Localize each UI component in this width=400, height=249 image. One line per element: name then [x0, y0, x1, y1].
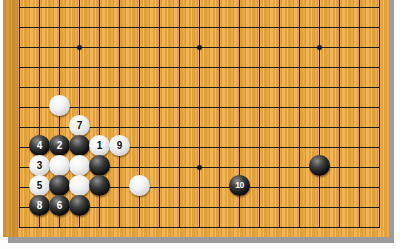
move-number-label: 9 — [109, 135, 130, 156]
grid-vline — [199, 0, 200, 228]
move-number-label: 10 — [229, 175, 250, 196]
black-stone-d5 — [69, 135, 90, 156]
star-point-k4 — [197, 165, 202, 170]
white-stone-d6: 7 — [69, 115, 90, 136]
black-stone-c5: 2 — [49, 135, 70, 156]
white-stone-e5: 1 — [89, 135, 110, 156]
go-diagram: 74219351086 — [0, 0, 400, 249]
white-stone-f5: 9 — [109, 135, 130, 156]
move-number-label: 6 — [49, 195, 70, 216]
grid-vline — [219, 0, 220, 228]
star-point-k10 — [197, 45, 202, 50]
go-board[interactable]: 74219351086 — [3, 0, 389, 237]
black-stone-d2 — [69, 195, 90, 216]
move-number-label: 2 — [49, 135, 70, 156]
move-number-label: 5 — [29, 175, 50, 196]
white-stone-c7 — [49, 95, 70, 116]
black-stone-c2: 6 — [49, 195, 70, 216]
move-number-label: 7 — [69, 115, 90, 136]
move-number-label: 4 — [29, 135, 50, 156]
grid-hline — [19, 227, 380, 228]
grid-vline — [339, 0, 340, 228]
grid-hline — [19, 107, 380, 108]
black-stone-e3 — [89, 175, 110, 196]
black-stone-q4 — [309, 155, 330, 176]
grid-vline — [179, 0, 180, 228]
white-stone-b3: 5 — [29, 175, 50, 196]
black-stone-b2: 8 — [29, 195, 50, 216]
move-number-label: 8 — [29, 195, 50, 216]
move-number-label: 3 — [29, 155, 50, 176]
grid-vline — [119, 0, 120, 228]
black-stone-c3 — [49, 175, 70, 196]
move-number-label: 1 — [89, 135, 110, 156]
white-stone-d3 — [69, 175, 90, 196]
white-stone-b4: 3 — [29, 155, 50, 176]
grid-hline — [19, 87, 380, 88]
grid-vline — [319, 0, 320, 228]
grid-vline — [279, 0, 280, 228]
grid-hline — [19, 67, 380, 68]
black-stone-b5: 4 — [29, 135, 50, 156]
grid-hline — [19, 7, 380, 8]
grid-vline — [379, 0, 380, 228]
grid-hline — [19, 27, 380, 28]
white-stone-d4 — [69, 155, 90, 176]
white-stone-c4 — [49, 155, 70, 176]
grid-vline — [259, 0, 260, 228]
white-stone-g3 — [129, 175, 150, 196]
grid-vline — [359, 0, 360, 228]
grid-vline — [19, 0, 20, 228]
black-stone-m3: 10 — [229, 175, 250, 196]
star-point-d10 — [77, 45, 82, 50]
grid-vline — [159, 0, 160, 228]
star-point-q10 — [317, 45, 322, 50]
black-stone-e4 — [89, 155, 110, 176]
grid-vline — [299, 0, 300, 228]
